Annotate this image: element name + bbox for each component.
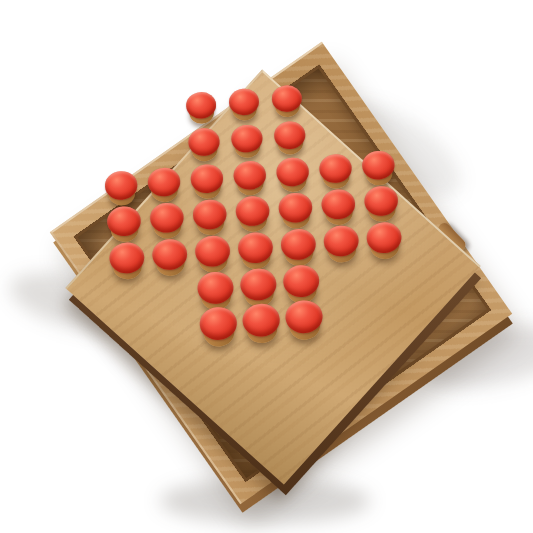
red-peg-r0c3[interactable] [228,88,261,125]
blank-corner-r6c5 [324,299,370,339]
red-peg-r4c5[interactable] [322,225,360,268]
hole-r4c5[interactable] [318,226,364,266]
red-peg-r2c0[interactable] [103,170,138,210]
red-peg-r0c4[interactable] [270,85,303,122]
hole-r4c1[interactable] [147,240,193,280]
red-peg-r6c4[interactable] [284,300,324,346]
hole-r6c2[interactable] [195,310,241,350]
blank-corner-r0c6 [350,77,396,117]
red-peg-r6c3[interactable] [241,303,281,349]
red-peg-r2c1[interactable] [146,166,181,206]
hole-r2c0[interactable] [98,170,144,210]
blank-corner-r0c0 [92,97,138,137]
blank-corner-r5c1 [150,276,196,316]
hole-r2c1[interactable] [141,167,187,207]
hole-r2c6[interactable] [355,150,401,190]
red-peg-r2c4[interactable] [275,156,310,196]
hole-r2c5[interactable] [312,153,358,193]
peg-solitaire-product-photo [0,0,533,533]
blank-corner-r5c0 [107,280,153,320]
red-peg-r4c0[interactable] [108,241,146,284]
hole-r2c3[interactable] [227,160,273,200]
blank-corner-r5c5 [321,263,367,303]
hole-r0c4[interactable] [264,83,310,123]
hole-r4c6[interactable] [361,223,407,263]
hole-r1c4[interactable] [267,120,313,160]
red-peg-r4c6[interactable] [365,221,403,264]
blank-corner-r1c5 [310,117,356,157]
red-peg-r6c2[interactable] [198,306,238,352]
blank-corner-r0c1 [135,93,181,133]
blank-corner-r6c6 [367,296,413,336]
blank-corner-r5c6 [364,259,410,299]
blank-corner-r1c0 [95,133,141,173]
blank-corner-r6c1 [153,313,199,353]
red-peg-r1c3[interactable] [230,124,264,163]
hole-r6c3[interactable] [238,306,284,346]
peg-grid [92,77,412,357]
hole-r2c4[interactable] [270,156,316,196]
hole-r2c2[interactable] [184,163,230,203]
hole-r6c4[interactable] [281,303,327,343]
red-peg-r2c5[interactable] [318,153,353,193]
red-peg-r2c6[interactable] [361,150,396,190]
red-peg-r1c2[interactable] [187,127,221,166]
blank-corner-r0c5 [307,80,353,120]
hole-r4c0[interactable] [104,243,150,283]
blank-corner-r1c1 [138,130,184,170]
red-peg-r1c4[interactable] [273,120,307,159]
red-peg-r2c2[interactable] [189,163,224,203]
hole-r1c2[interactable] [181,127,227,167]
hole-r1c3[interactable] [224,123,270,163]
hole-r0c2[interactable] [178,90,224,130]
hole-r0c3[interactable] [221,87,267,127]
blank-corner-r1c6 [352,113,398,153]
red-peg-r4c1[interactable] [151,238,189,281]
red-peg-r2c3[interactable] [232,160,267,200]
red-peg-r0c2[interactable] [185,91,218,128]
blank-corner-r6c0 [110,316,156,356]
